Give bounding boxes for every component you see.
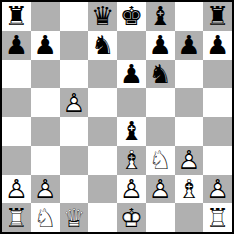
piece-white-knight[interactable]: ♘ (33, 205, 56, 231)
square-b4[interactable] (31, 117, 60, 146)
piece-black-king[interactable]: ♚ (120, 3, 143, 29)
piece-black-knight[interactable]: ♞ (148, 61, 171, 87)
chess-board: ♜♛♚♝♜♟♟♞♟♟♟♟♞♙♝♗♘♙♙♙♙♙♗♙♖♘♕♔♖ (0, 0, 234, 234)
square-b8[interactable] (31, 2, 60, 31)
square-h3[interactable] (203, 146, 232, 175)
square-b7[interactable]: ♟ (31, 31, 60, 60)
piece-black-bishop[interactable]: ♝ (148, 3, 171, 29)
square-e8[interactable]: ♚ (117, 2, 146, 31)
square-d2[interactable] (88, 175, 117, 204)
piece-black-pawn[interactable]: ♟ (206, 32, 229, 58)
piece-white-pawn[interactable]: ♙ (5, 176, 28, 202)
piece-black-knight[interactable]: ♞ (91, 32, 114, 58)
piece-white-bishop[interactable]: ♗ (177, 176, 200, 202)
piece-black-rook[interactable]: ♜ (206, 3, 229, 29)
square-f4[interactable] (146, 117, 175, 146)
square-d7[interactable]: ♞ (88, 31, 117, 60)
square-e2[interactable]: ♙ (117, 175, 146, 204)
piece-white-king[interactable]: ♔ (120, 205, 143, 231)
square-g6[interactable] (175, 60, 204, 89)
piece-black-queen[interactable]: ♛ (91, 3, 114, 29)
square-c7[interactable] (60, 31, 89, 60)
piece-black-pawn[interactable]: ♟ (177, 32, 200, 58)
square-c2[interactable] (60, 175, 89, 204)
square-h8[interactable]: ♜ (203, 2, 232, 31)
piece-white-rook[interactable]: ♖ (206, 205, 229, 231)
square-f2[interactable]: ♙ (146, 175, 175, 204)
square-f5[interactable] (146, 88, 175, 117)
square-a6[interactable] (2, 60, 31, 89)
square-h7[interactable]: ♟ (203, 31, 232, 60)
square-c4[interactable] (60, 117, 89, 146)
piece-white-bishop[interactable]: ♗ (120, 147, 143, 173)
square-d8[interactable]: ♛ (88, 2, 117, 31)
square-f7[interactable]: ♟ (146, 31, 175, 60)
square-f1[interactable] (146, 203, 175, 232)
square-c5[interactable]: ♙ (60, 88, 89, 117)
piece-black-pawn[interactable]: ♟ (120, 61, 143, 87)
square-c1[interactable]: ♕ (60, 203, 89, 232)
square-g7[interactable]: ♟ (175, 31, 204, 60)
square-b6[interactable] (31, 60, 60, 89)
square-f3[interactable]: ♘ (146, 146, 175, 175)
square-h2[interactable]: ♙ (203, 175, 232, 204)
square-c6[interactable] (60, 60, 89, 89)
square-g5[interactable] (175, 88, 204, 117)
square-h1[interactable]: ♖ (203, 203, 232, 232)
piece-black-pawn[interactable]: ♟ (148, 32, 171, 58)
piece-black-pawn[interactable]: ♟ (5, 32, 28, 58)
square-h5[interactable] (203, 88, 232, 117)
piece-black-pawn[interactable]: ♟ (33, 32, 56, 58)
square-g8[interactable] (175, 2, 204, 31)
square-a5[interactable] (2, 88, 31, 117)
square-d3[interactable] (88, 146, 117, 175)
square-g3[interactable]: ♙ (175, 146, 204, 175)
square-b1[interactable]: ♘ (31, 203, 60, 232)
piece-black-rook[interactable]: ♜ (5, 3, 28, 29)
square-f8[interactable]: ♝ (146, 2, 175, 31)
piece-white-knight[interactable]: ♘ (148, 147, 171, 173)
square-h4[interactable] (203, 117, 232, 146)
square-a4[interactable] (2, 117, 31, 146)
square-g2[interactable]: ♗ (175, 175, 204, 204)
piece-white-pawn[interactable]: ♙ (120, 176, 143, 202)
square-e4[interactable]: ♝ (117, 117, 146, 146)
square-e7[interactable] (117, 31, 146, 60)
piece-white-pawn[interactable]: ♙ (148, 176, 171, 202)
piece-white-pawn[interactable]: ♙ (177, 147, 200, 173)
square-a8[interactable]: ♜ (2, 2, 31, 31)
square-a3[interactable] (2, 146, 31, 175)
square-c8[interactable] (60, 2, 89, 31)
chessboard-screenshot: ♜♛♚♝♜♟♟♞♟♟♟♟♞♙♝♗♘♙♙♙♙♙♗♙♖♘♕♔♖ (0, 0, 234, 234)
piece-white-rook[interactable]: ♖ (5, 205, 28, 231)
square-a7[interactable]: ♟ (2, 31, 31, 60)
square-a2[interactable]: ♙ (2, 175, 31, 204)
piece-white-pawn[interactable]: ♙ (33, 176, 56, 202)
square-d5[interactable] (88, 88, 117, 117)
piece-white-pawn[interactable]: ♙ (206, 176, 229, 202)
square-e3[interactable]: ♗ (117, 146, 146, 175)
square-g1[interactable] (175, 203, 204, 232)
square-e6[interactable]: ♟ (117, 60, 146, 89)
square-g4[interactable] (175, 117, 204, 146)
square-c3[interactable] (60, 146, 89, 175)
piece-white-pawn[interactable]: ♙ (62, 90, 85, 116)
piece-white-queen[interactable]: ♕ (62, 205, 85, 231)
square-d1[interactable] (88, 203, 117, 232)
square-b3[interactable] (31, 146, 60, 175)
square-e1[interactable]: ♔ (117, 203, 146, 232)
square-d4[interactable] (88, 117, 117, 146)
square-a1[interactable]: ♖ (2, 203, 31, 232)
piece-black-bishop[interactable]: ♝ (120, 118, 143, 144)
square-e5[interactable] (117, 88, 146, 117)
square-h6[interactable] (203, 60, 232, 89)
square-f6[interactable]: ♞ (146, 60, 175, 89)
square-b2[interactable]: ♙ (31, 175, 60, 204)
square-d6[interactable] (88, 60, 117, 89)
square-b5[interactable] (31, 88, 60, 117)
